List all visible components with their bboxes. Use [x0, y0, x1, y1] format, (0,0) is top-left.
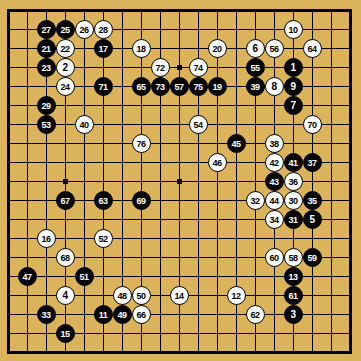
move-number: 36 — [288, 177, 297, 186]
stone-black-21[interactable]: 21 — [37, 39, 56, 58]
move-number: 33 — [41, 310, 50, 319]
stone-black-55[interactable]: 55 — [246, 58, 265, 77]
move-number: 50 — [136, 291, 145, 300]
move-number: 28 — [98, 25, 107, 34]
stone-black-25[interactable]: 25 — [56, 20, 75, 39]
stone-white-60[interactable]: 60 — [265, 248, 284, 267]
stone-black-65[interactable]: 65 — [132, 77, 151, 96]
stone-black-15[interactable]: 15 — [56, 324, 75, 343]
move-number: 72 — [155, 63, 164, 72]
move-number: 16 — [41, 234, 50, 243]
move-number: 11 — [99, 310, 108, 319]
grid-line-horizontal — [8, 238, 350, 239]
move-number: 13 — [288, 272, 297, 281]
stone-black-45[interactable]: 45 — [227, 134, 246, 153]
stone-black-49[interactable]: 49 — [113, 305, 132, 324]
stone-white-64[interactable]: 64 — [303, 39, 322, 58]
move-number: 2 — [62, 63, 67, 73]
stone-black-43[interactable]: 43 — [265, 172, 284, 191]
move-number: 31 — [288, 215, 297, 224]
stone-white-40[interactable]: 40 — [75, 115, 94, 134]
stone-white-70[interactable]: 70 — [303, 115, 322, 134]
stone-black-31[interactable]: 31 — [284, 210, 303, 229]
move-number: 35 — [307, 196, 316, 205]
move-number: 74 — [193, 63, 202, 72]
stone-white-68[interactable]: 68 — [56, 248, 75, 267]
move-number: 30 — [288, 196, 297, 205]
stone-black-9[interactable]: 9 — [284, 77, 303, 96]
move-number: 26 — [79, 25, 88, 34]
stone-black-75[interactable]: 75 — [189, 77, 208, 96]
stone-white-58[interactable]: 58 — [284, 248, 303, 267]
move-number: 46 — [212, 158, 221, 167]
move-number: 66 — [136, 310, 145, 319]
stone-black-3[interactable]: 3 — [284, 305, 303, 324]
move-number: 47 — [22, 272, 31, 281]
move-number: 9 — [290, 82, 295, 92]
move-number: 43 — [269, 177, 278, 186]
stone-white-74[interactable]: 74 — [189, 58, 208, 77]
move-number: 14 — [174, 291, 183, 300]
stone-black-51[interactable]: 51 — [75, 267, 94, 286]
move-number: 70 — [307, 120, 316, 129]
stone-white-36[interactable]: 36 — [284, 172, 303, 191]
stone-white-2[interactable]: 2 — [56, 58, 75, 77]
move-number: 76 — [136, 139, 145, 148]
stone-white-42[interactable]: 42 — [265, 153, 284, 172]
move-number: 68 — [60, 253, 69, 262]
stone-white-44[interactable]: 44 — [265, 191, 284, 210]
stone-white-18[interactable]: 18 — [132, 39, 151, 58]
stone-black-61[interactable]: 61 — [284, 286, 303, 305]
stone-black-27[interactable]: 27 — [37, 20, 56, 39]
stone-black-7[interactable]: 7 — [284, 96, 303, 115]
star-point — [177, 179, 182, 184]
stone-white-72[interactable]: 72 — [151, 58, 170, 77]
stone-white-52[interactable]: 52 — [94, 229, 113, 248]
move-number: 60 — [269, 253, 278, 262]
stone-black-67[interactable]: 67 — [56, 191, 75, 210]
star-point — [63, 179, 68, 184]
stone-black-29[interactable]: 29 — [37, 96, 56, 115]
move-number: 21 — [41, 44, 50, 53]
stone-white-76[interactable]: 76 — [132, 134, 151, 153]
move-number: 41 — [288, 158, 297, 167]
move-number: 7 — [290, 101, 295, 111]
move-number: 24 — [60, 82, 69, 91]
move-number: 65 — [136, 82, 145, 91]
stone-black-73[interactable]: 73 — [151, 77, 170, 96]
move-number: 73 — [155, 82, 164, 91]
move-number: 8 — [271, 82, 276, 92]
move-number: 3 — [290, 310, 295, 320]
stone-white-56[interactable]: 56 — [265, 39, 284, 58]
move-number: 57 — [174, 82, 183, 91]
move-number: 45 — [231, 139, 240, 148]
move-number: 52 — [98, 234, 107, 243]
move-number: 58 — [288, 253, 297, 262]
move-number: 32 — [250, 196, 259, 205]
move-number: 71 — [98, 82, 107, 91]
move-number: 12 — [231, 291, 240, 300]
stone-white-28[interactable]: 28 — [94, 20, 113, 39]
move-number: 20 — [212, 44, 221, 53]
move-number: 29 — [41, 101, 50, 110]
move-number: 75 — [193, 82, 202, 91]
stone-white-22[interactable]: 22 — [56, 39, 75, 58]
move-number: 10 — [288, 25, 297, 34]
stone-white-12[interactable]: 12 — [227, 286, 246, 305]
move-number: 39 — [250, 82, 259, 91]
move-number: 40 — [79, 120, 88, 129]
move-number: 37 — [307, 158, 316, 167]
stone-white-8[interactable]: 8 — [265, 77, 284, 96]
stone-black-47[interactable]: 47 — [18, 267, 37, 286]
stone-black-5[interactable]: 5 — [303, 210, 322, 229]
stone-white-54[interactable]: 54 — [189, 115, 208, 134]
star-point — [177, 65, 182, 70]
stone-white-16[interactable]: 16 — [37, 229, 56, 248]
stone-black-57[interactable]: 57 — [170, 77, 189, 96]
stone-black-53[interactable]: 53 — [37, 115, 56, 134]
move-number: 19 — [212, 82, 221, 91]
stone-white-34[interactable]: 34 — [265, 210, 284, 229]
move-number: 48 — [117, 291, 126, 300]
stone-black-17[interactable]: 17 — [94, 39, 113, 58]
move-number: 6 — [252, 44, 257, 54]
move-number: 62 — [250, 310, 259, 319]
stone-black-71[interactable]: 71 — [94, 77, 113, 96]
stone-black-13[interactable]: 13 — [284, 267, 303, 286]
move-number: 54 — [193, 120, 202, 129]
stone-black-37[interactable]: 37 — [303, 153, 322, 172]
grid-line-vertical — [331, 10, 332, 352]
move-number: 1 — [290, 63, 295, 73]
move-number: 67 — [60, 196, 69, 205]
stone-white-20[interactable]: 20 — [208, 39, 227, 58]
stone-white-14[interactable]: 14 — [170, 286, 189, 305]
stone-white-30[interactable]: 30 — [284, 191, 303, 210]
move-number: 53 — [41, 120, 50, 129]
move-number: 17 — [98, 44, 107, 53]
stone-black-11[interactable]: 11 — [94, 305, 113, 324]
move-number: 4 — [62, 291, 67, 301]
stone-black-39[interactable]: 39 — [246, 77, 265, 96]
stone-white-4[interactable]: 4 — [56, 286, 75, 305]
stone-black-41[interactable]: 41 — [284, 153, 303, 172]
move-number: 55 — [250, 63, 259, 72]
stone-white-32[interactable]: 32 — [246, 191, 265, 210]
move-number: 61 — [288, 291, 297, 300]
move-number: 38 — [269, 139, 278, 148]
stone-white-6[interactable]: 6 — [246, 39, 265, 58]
stone-white-46[interactable]: 46 — [208, 153, 227, 172]
move-number: 69 — [136, 196, 145, 205]
move-number: 25 — [60, 25, 69, 34]
move-number: 51 — [79, 272, 88, 281]
move-number: 22 — [60, 44, 69, 53]
move-number: 59 — [307, 253, 316, 262]
stone-black-19[interactable]: 19 — [208, 77, 227, 96]
stone-black-1[interactable]: 1 — [284, 58, 303, 77]
move-number: 15 — [60, 329, 69, 338]
stone-white-48[interactable]: 48 — [113, 286, 132, 305]
grid-line-vertical — [217, 10, 218, 352]
stone-black-35[interactable]: 35 — [303, 191, 322, 210]
stone-white-10[interactable]: 10 — [284, 20, 303, 39]
move-number: 49 — [117, 310, 126, 319]
move-number: 23 — [41, 63, 50, 72]
go-board[interactable]: 1234567891011121314151617181920212223242… — [0, 0, 361, 361]
move-number: 44 — [269, 196, 278, 205]
stone-black-33[interactable]: 33 — [37, 305, 56, 324]
stone-white-62[interactable]: 62 — [246, 305, 265, 324]
stone-black-69[interactable]: 69 — [132, 191, 151, 210]
move-number: 27 — [41, 25, 50, 34]
stone-white-26[interactable]: 26 — [75, 20, 94, 39]
stone-white-66[interactable]: 66 — [132, 305, 151, 324]
stone-white-38[interactable]: 38 — [265, 134, 284, 153]
stone-white-50[interactable]: 50 — [132, 286, 151, 305]
move-number: 5 — [309, 215, 314, 225]
move-number: 42 — [269, 158, 278, 167]
move-number: 18 — [136, 44, 145, 53]
grid-line-vertical — [312, 10, 313, 352]
stone-black-63[interactable]: 63 — [94, 191, 113, 210]
move-number: 63 — [98, 196, 107, 205]
move-number: 56 — [269, 44, 278, 53]
move-number: 34 — [269, 215, 278, 224]
stone-black-59[interactable]: 59 — [303, 248, 322, 267]
stone-black-23[interactable]: 23 — [37, 58, 56, 77]
move-number: 64 — [307, 44, 316, 53]
stone-white-24[interactable]: 24 — [56, 77, 75, 96]
